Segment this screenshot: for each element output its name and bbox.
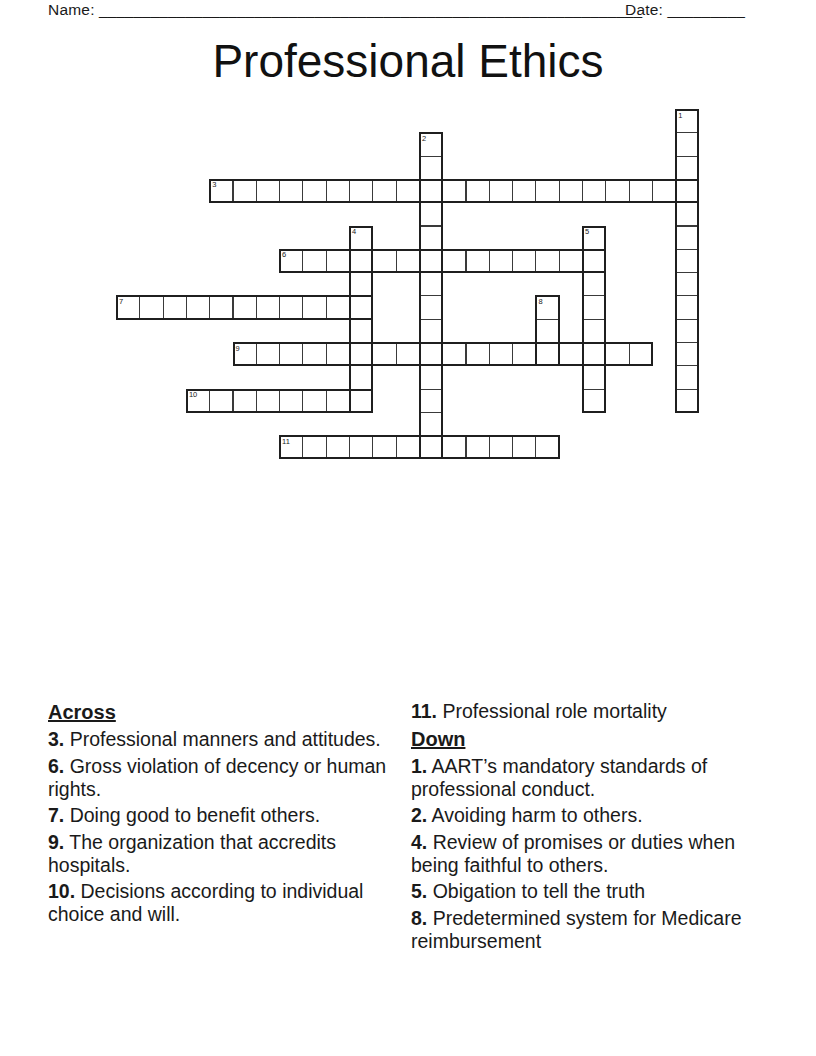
clue-number-11: 11: [282, 438, 290, 446]
grid-cell-r5c24[interactable]: [675, 226, 699, 250]
date-blank-line: _________: [667, 1, 745, 18]
grid-cell-r3c12[interactable]: [396, 179, 420, 203]
grid-cell-r6c13[interactable]: [419, 249, 443, 273]
clue-text-across-3: Professional manners and attitudes.: [64, 728, 381, 750]
clue-number-1: 1: [678, 112, 682, 120]
grid-cell-r8c3[interactable]: [186, 295, 210, 319]
clue-number-7: 7: [119, 298, 123, 306]
grid-cell-r8c1[interactable]: [139, 295, 163, 319]
clue-label-down-4: 4.: [411, 831, 427, 853]
down-clues-list: 1. AART’s mandatory standards of profess…: [411, 755, 775, 953]
grid-cell-r10c13[interactable]: [419, 342, 443, 366]
grid-cell-r2c13[interactable]: [419, 156, 443, 180]
grid-cell-r12c10[interactable]: [349, 389, 373, 413]
grid-cell-r3c19[interactable]: [559, 179, 583, 203]
clue-across-3: 3. Professional manners and attitudes.: [48, 728, 394, 751]
clue-label-down-8: 8.: [411, 907, 427, 929]
clue-text-down-2: Avoiding harm to others.: [427, 804, 642, 826]
grid-cell-r1c24[interactable]: [675, 132, 699, 156]
grid-cell-r10c18[interactable]: [535, 342, 559, 366]
grid-cell-r12c7[interactable]: [279, 389, 303, 413]
grid-cell-r3c8[interactable]: [302, 179, 326, 203]
grid-cell-r3c17[interactable]: [512, 179, 536, 203]
grid-cell-r3c18[interactable]: [535, 179, 559, 203]
date-field: Date: _________: [625, 0, 745, 19]
grid-cell-r6c12[interactable]: [396, 249, 420, 273]
grid-cell-r8c5[interactable]: [233, 295, 257, 319]
clue-number-2: 2: [422, 135, 426, 143]
grid-cell-r9c24[interactable]: [675, 319, 699, 343]
grid-cell-r8c10[interactable]: [349, 295, 373, 319]
grid-cell-r11c24[interactable]: [675, 365, 699, 389]
clue-number-6: 6: [282, 251, 286, 259]
grid-cell-r8c7[interactable]: [279, 295, 303, 319]
grid-cell-r3c9[interactable]: [326, 179, 350, 203]
grid-cell-r6c8[interactable]: [302, 249, 326, 273]
grid-cell-r6c11[interactable]: [372, 249, 396, 273]
grid-cell-r10c21[interactable]: [605, 342, 629, 366]
down-clues-column: 11. Professional role mortality Down 1. …: [411, 700, 775, 956]
across-clues-list: 3. Professional manners and attitudes.6.…: [48, 728, 394, 926]
grid-cell-r10c24[interactable]: [675, 342, 699, 366]
grid-cell-r5c13[interactable]: [419, 226, 443, 250]
clue-label-across-3: 3.: [48, 728, 64, 750]
grid-cell-r3c16[interactable]: [489, 179, 513, 203]
grid-cell-r10c22[interactable]: [629, 342, 653, 366]
grid-cell-r6c15[interactable]: [466, 249, 490, 273]
grid-cell-r3c7[interactable]: [279, 179, 303, 203]
grid-cell-r12c5[interactable]: [233, 389, 257, 413]
grid-cell-r10c8[interactable]: [302, 342, 326, 366]
clue-label-across-7: 7.: [48, 804, 64, 826]
grid-cell-r6c24[interactable]: [675, 249, 699, 273]
grid-cell-r4c24[interactable]: [675, 202, 699, 226]
grid-cell-r3c11[interactable]: [372, 179, 396, 203]
grid-cell-r6c17[interactable]: [512, 249, 536, 273]
grid-cell-r14c11[interactable]: [372, 435, 396, 459]
clue-label-down-5: 5.: [411, 880, 427, 902]
grid-cell-r11c20[interactable]: [582, 365, 606, 389]
grid-cell-r8c6[interactable]: [256, 295, 280, 319]
grid-cell-r3c24[interactable]: [675, 179, 699, 203]
clue-text-across-6: Gross violation of decency or human righ…: [48, 755, 386, 800]
grid-cell-r14c16[interactable]: [489, 435, 513, 459]
grid-cell-r3c10[interactable]: [349, 179, 373, 203]
grid-cell-r14c14[interactable]: [442, 435, 466, 459]
grid-cell-r10c10[interactable]: [349, 342, 373, 366]
clue-text-down-4: Review of promises or duties when being …: [411, 831, 735, 876]
grid-cell-r10c15[interactable]: [466, 342, 490, 366]
grid-cell-r8c2[interactable]: [163, 295, 187, 319]
grid-cell-r6c14[interactable]: [442, 249, 466, 273]
grid-cell-r3c21[interactable]: [605, 179, 629, 203]
grid-cell-r10c7[interactable]: [279, 342, 303, 366]
clue-across-6: 6. Gross violation of decency or human r…: [48, 755, 394, 801]
clue-text-across-11: Professional role mortality: [437, 700, 667, 722]
grid-cell-r14c15[interactable]: [466, 435, 490, 459]
grid-cell-r6c16[interactable]: [489, 249, 513, 273]
grid-cell-r6c19[interactable]: [559, 249, 583, 273]
grid-cell-r2c24[interactable]: [675, 156, 699, 180]
grid-cell-r3c14[interactable]: [442, 179, 466, 203]
clue-number-4: 4: [352, 228, 356, 236]
name-blank-line: ________________________________________…: [99, 1, 642, 18]
grid-cell-r10c19[interactable]: [559, 342, 583, 366]
grid-cell-r10c11[interactable]: [372, 342, 396, 366]
grid-cell-r8c8[interactable]: [302, 295, 326, 319]
grid-cell-r3c23[interactable]: [652, 179, 676, 203]
clue-label-across-10: 10.: [48, 880, 75, 902]
grid-cell-r14c9[interactable]: [326, 435, 350, 459]
across-clues-overflow: 11. Professional role mortality: [411, 700, 775, 723]
crossword-grid: 1234567891011: [116, 109, 700, 460]
grid-cell-r3c13[interactable]: [419, 179, 443, 203]
grid-cell-r14c13[interactable]: [419, 435, 443, 459]
grid-cell-r3c20[interactable]: [582, 179, 606, 203]
clue-label-down-2: 2.: [411, 804, 427, 826]
clue-text-down-8: Predetermined system for Medicare reimbu…: [411, 907, 742, 952]
clue-label-across-6: 6.: [48, 755, 64, 777]
grid-cell-r6c18[interactable]: [535, 249, 559, 273]
clue-text-across-7: Doing good to benefit others.: [64, 804, 320, 826]
worksheet-page: { "game": "crossword", "page": { "title"…: [0, 0, 816, 1056]
clue-across-9: 9. The organization that accredits hospi…: [48, 831, 394, 877]
grid-cell-r4c13[interactable]: [419, 202, 443, 226]
grid-cell-r12c8[interactable]: [302, 389, 326, 413]
grid-cell-r9c20[interactable]: [582, 319, 606, 343]
grid-cell-r10c6[interactable]: [256, 342, 280, 366]
grid-cell-r11c13[interactable]: [419, 365, 443, 389]
grid-cell-r14c10[interactable]: [349, 435, 373, 459]
grid-cell-r12c24[interactable]: [675, 389, 699, 413]
grid-cell-r8c9[interactable]: [326, 295, 350, 319]
clue-across-11: 11. Professional role mortality: [411, 700, 775, 723]
grid-cell-r8c4[interactable]: [209, 295, 233, 319]
page-title: Professional Ethics: [0, 34, 816, 88]
clue-number-3: 3: [212, 181, 216, 189]
clue-number-8: 8: [538, 298, 542, 306]
clue-across-10: 10. Decisions according to individual ch…: [48, 880, 394, 926]
clue-down-4: 4. Review of promises or duties when bei…: [411, 831, 775, 877]
clue-across-7: 7. Doing good to benefit others.: [48, 804, 394, 827]
grid-cell-r6c20[interactable]: [582, 249, 606, 273]
grid-cell-r12c4[interactable]: [209, 389, 233, 413]
clue-label-across-9: 9.: [48, 831, 64, 853]
grid-cell-r7c24[interactable]: [675, 272, 699, 296]
grid-cell-r9c18[interactable]: [535, 319, 559, 343]
clue-down-1: 1. AART’s mandatory standards of profess…: [411, 755, 775, 801]
grid-cell-r6c9[interactable]: [326, 249, 350, 273]
clue-number-9: 9: [236, 345, 240, 353]
clue-text-down-5: Obigation to tell the truth: [427, 880, 645, 902]
name-field: Name: __________________________________…: [48, 0, 642, 19]
grid-cell-r11c10[interactable]: [349, 365, 373, 389]
across-heading: Across: [48, 700, 394, 724]
grid-cell-r7c10[interactable]: [349, 272, 373, 296]
clue-text-down-1: AART’s mandatory standards of profession…: [411, 755, 707, 800]
grid-cell-r14c8[interactable]: [302, 435, 326, 459]
grid-cell-r10c20[interactable]: [582, 342, 606, 366]
grid-cell-r3c6[interactable]: [256, 179, 280, 203]
clue-down-8: 8. Predetermined system for Medicare rei…: [411, 907, 775, 953]
clue-number-10: 10: [189, 391, 197, 399]
grid-cell-r10c17[interactable]: [512, 342, 536, 366]
grid-cell-r14c18[interactable]: [535, 435, 559, 459]
grid-cell-r10c14[interactable]: [442, 342, 466, 366]
down-heading: Down: [411, 727, 775, 751]
grid-cell-r3c5[interactable]: [233, 179, 257, 203]
clue-text-across-10: Decisions according to individual choice…: [48, 880, 363, 925]
grid-cell-r8c13[interactable]: [419, 295, 443, 319]
name-label: Name:: [48, 1, 95, 18]
grid-cell-r12c20[interactable]: [582, 389, 606, 413]
grid-cell-r14c12[interactable]: [396, 435, 420, 459]
grid-cell-r3c22[interactable]: [629, 179, 653, 203]
grid-cell-r8c20[interactable]: [582, 295, 606, 319]
clue-down-5: 5. Obigation to tell the truth: [411, 880, 775, 903]
across-clues-column: Across 3. Professional manners and attit…: [48, 700, 394, 930]
clue-down-2: 2. Avoiding harm to others.: [411, 804, 775, 827]
grid-cell-r12c6[interactable]: [256, 389, 280, 413]
grid-cell-r7c13[interactable]: [419, 272, 443, 296]
grid-cell-r3c15[interactable]: [466, 179, 490, 203]
grid-cell-r7c20[interactable]: [582, 272, 606, 296]
grid-cell-r13c13[interactable]: [419, 412, 443, 436]
clue-number-5: 5: [585, 228, 589, 236]
grid-cell-r8c24[interactable]: [675, 295, 699, 319]
grid-cell-r12c13[interactable]: [419, 389, 443, 413]
clue-label-down-1: 1.: [411, 755, 427, 777]
grid-cell-r9c13[interactable]: [419, 319, 443, 343]
grid-cell-r12c9[interactable]: [326, 389, 350, 413]
grid-cell-r10c16[interactable]: [489, 342, 513, 366]
grid-cell-r6c10[interactable]: [349, 249, 373, 273]
grid-cell-r10c12[interactable]: [396, 342, 420, 366]
grid-cell-r10c9[interactable]: [326, 342, 350, 366]
grid-cell-r9c10[interactable]: [349, 319, 373, 343]
date-label: Date:: [625, 1, 663, 18]
clue-label-across-11: 11.: [411, 700, 437, 722]
grid-cell-r14c17[interactable]: [512, 435, 536, 459]
clue-text-across-9: The organization that accredits hospital…: [48, 831, 336, 876]
